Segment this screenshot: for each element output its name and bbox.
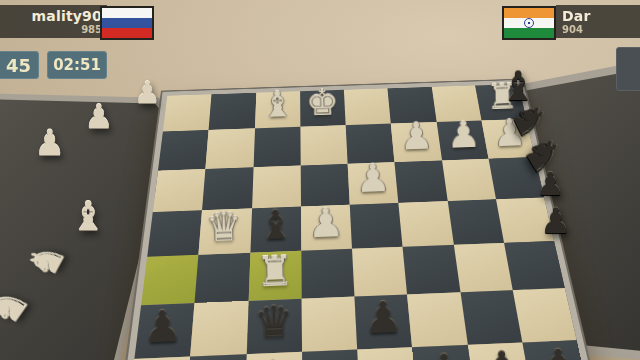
square-d5[interactable] <box>352 247 407 297</box>
player-name: mality90 <box>31 8 102 24</box>
white-bishop-f1[interactable]: ♝ <box>260 86 293 123</box>
captured-white-bishop: ♝ <box>70 196 106 236</box>
black-bishop-f4[interactable]: ♝ <box>256 204 293 245</box>
captured-white-pawn: ♟ <box>134 78 161 108</box>
square-h6[interactable]: ♟ <box>134 303 194 358</box>
square-f1[interactable]: ♝ <box>255 91 301 128</box>
captured-white-pawn: ♟ <box>34 126 65 161</box>
square-h5[interactable] <box>141 255 199 306</box>
square-g7[interactable] <box>186 354 246 360</box>
player-name: Dar <box>562 8 591 24</box>
square-h3[interactable] <box>153 169 206 212</box>
square-b5[interactable] <box>453 243 512 293</box>
square-a7[interactable]: ♟ <box>522 340 589 360</box>
ashoka-chakra-icon <box>524 18 534 28</box>
square-e2[interactable] <box>300 125 347 165</box>
white-clock: 45 <box>0 51 39 79</box>
black-pawn-d6[interactable]: ♟ <box>363 295 403 340</box>
square-a6[interactable] <box>513 288 577 342</box>
square-c3[interactable] <box>395 160 448 203</box>
square-e6[interactable] <box>301 297 357 352</box>
player-rating: 904 <box>562 24 583 35</box>
black-clock-partial <box>616 47 640 91</box>
square-d2[interactable] <box>346 124 395 164</box>
square-b7[interactable]: ♟ <box>467 342 532 360</box>
square-g4[interactable]: ♛ <box>199 208 252 255</box>
player-rating: 985 <box>81 24 102 35</box>
square-b2[interactable]: ♟ <box>436 121 488 160</box>
square-f7[interactable]: ♟ <box>244 351 302 360</box>
square-e7[interactable] <box>302 349 360 360</box>
captured-white-pawn: ♟ <box>84 100 114 133</box>
square-c1[interactable] <box>388 87 437 124</box>
square-h1[interactable] <box>163 94 212 131</box>
square-g3[interactable] <box>202 167 253 210</box>
square-c7[interactable]: ♟ <box>412 344 475 360</box>
white-rook-f5[interactable]: ♜ <box>255 250 294 293</box>
square-d7[interactable] <box>357 347 418 360</box>
black-pawn-b7[interactable]: ♟ <box>481 344 523 360</box>
square-g1[interactable] <box>209 93 256 130</box>
white-queen-g4[interactable]: ♛ <box>205 206 242 247</box>
square-a5[interactable] <box>504 241 565 290</box>
square-h4[interactable] <box>147 210 202 257</box>
square-g2[interactable] <box>206 128 255 168</box>
square-g6[interactable] <box>190 301 248 356</box>
white-king-e1[interactable]: ♚ <box>306 84 339 121</box>
square-d4[interactable] <box>350 203 403 249</box>
white-pawn-b2[interactable]: ♟ <box>446 116 480 154</box>
white-pawn-d3[interactable]: ♟ <box>355 158 391 197</box>
square-f6[interactable]: ♛ <box>246 299 302 354</box>
square-d1[interactable] <box>344 88 391 125</box>
square-f3[interactable] <box>252 165 301 208</box>
square-c2[interactable]: ♟ <box>391 122 442 162</box>
white-pawn-e4[interactable]: ♟ <box>307 202 344 243</box>
square-f2[interactable] <box>253 127 300 167</box>
black-pawn-c7[interactable]: ♟ <box>424 347 466 360</box>
india-flag-icon <box>502 6 556 40</box>
captured-black-pawn: ♟ <box>536 168 565 200</box>
square-b6[interactable] <box>460 290 522 344</box>
black-queen-f6[interactable]: ♛ <box>253 300 294 345</box>
square-e3[interactable] <box>300 163 349 206</box>
square-e5[interactable] <box>301 249 354 299</box>
black-pawn-a7[interactable]: ♟ <box>537 342 579 360</box>
square-h2[interactable] <box>158 130 209 170</box>
russia-flag-icon <box>100 6 154 40</box>
square-d6[interactable]: ♟ <box>354 295 412 349</box>
square-e1[interactable]: ♚ <box>300 90 346 127</box>
square-c5[interactable] <box>403 245 460 295</box>
black-pawn-h6[interactable]: ♟ <box>142 304 183 349</box>
square-b3[interactable] <box>442 158 496 200</box>
square-c6[interactable] <box>407 293 467 347</box>
square-c4[interactable] <box>399 201 454 247</box>
player-plate-right: Dar 904 <box>556 5 640 38</box>
black-pawn-f7[interactable]: ♟ <box>251 354 293 360</box>
square-e4[interactable]: ♟ <box>301 204 352 250</box>
square-f5[interactable]: ♜ <box>248 251 301 301</box>
square-g5[interactable] <box>195 253 250 303</box>
square-f4[interactable]: ♝ <box>250 206 301 252</box>
square-b1[interactable] <box>431 85 481 122</box>
square-b4[interactable] <box>447 199 504 245</box>
player-plate-left: mality90 985 <box>0 5 107 38</box>
white-pawn-c2[interactable]: ♟ <box>400 117 434 155</box>
captured-black-pawn: ♟ <box>540 204 571 239</box>
square-d3[interactable]: ♟ <box>348 162 399 205</box>
game-clock: 02:51 <box>47 51 107 79</box>
